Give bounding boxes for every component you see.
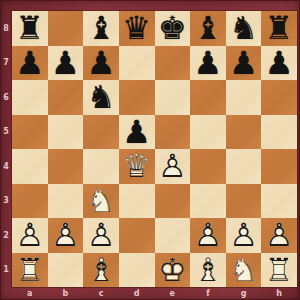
black-pawn-glyph: ♟ — [229, 47, 258, 79]
black-knight[interactable]: ♞ — [226, 11, 262, 46]
white-pawn[interactable]: ♟♙ — [226, 218, 262, 253]
white-pawn-outline: ♙ — [229, 219, 258, 251]
rank-label-3: 3 — [0, 184, 12, 219]
black-knight-glyph: ♞ — [87, 81, 116, 113]
black-rook-glyph: ♜ — [15, 12, 44, 44]
square-b2[interactable]: ♟♙ — [48, 218, 84, 253]
white-pawn-outline: ♙ — [194, 219, 223, 251]
square-h6[interactable] — [261, 80, 297, 115]
square-e5[interactable] — [155, 115, 191, 150]
rank-label-1: 1 — [0, 253, 12, 288]
white-bishop-outline: ♗ — [87, 254, 116, 286]
black-pawn[interactable]: ♟ — [226, 46, 262, 81]
square-d8[interactable]: ♛ — [119, 11, 155, 46]
white-knight-outline: ♘ — [87, 185, 116, 217]
black-king[interactable]: ♚ — [155, 11, 191, 46]
square-f6[interactable] — [190, 80, 226, 115]
square-e7[interactable] — [155, 46, 191, 81]
square-f3[interactable] — [190, 184, 226, 219]
square-b5[interactable] — [48, 115, 84, 150]
white-queen-outline: ♕ — [122, 150, 151, 182]
file-label-a: a — [12, 286, 48, 300]
square-d2[interactable] — [119, 218, 155, 253]
square-f1[interactable]: ♝♗ — [190, 253, 226, 288]
black-queen-glyph: ♛ — [122, 12, 151, 44]
square-e2[interactable] — [155, 218, 191, 253]
white-knight[interactable]: ♞♘ — [83, 184, 119, 219]
black-knight[interactable]: ♞ — [83, 80, 119, 115]
square-g8[interactable]: ♞ — [226, 11, 262, 46]
white-rook-outline: ♖ — [265, 254, 294, 286]
white-bishop-outline: ♗ — [194, 254, 223, 286]
square-b4[interactable] — [48, 149, 84, 184]
square-e6[interactable] — [155, 80, 191, 115]
white-rook[interactable]: ♜♖ — [12, 253, 48, 288]
white-pawn-outline: ♙ — [87, 219, 116, 251]
square-f7[interactable]: ♟ — [190, 46, 226, 81]
square-h8[interactable]: ♜ — [261, 11, 297, 46]
square-b3[interactable] — [48, 184, 84, 219]
black-pawn[interactable]: ♟ — [12, 46, 48, 81]
square-b8[interactable] — [48, 11, 84, 46]
white-pawn-outline: ♙ — [265, 219, 294, 251]
rank-label-8: 8 — [0, 11, 12, 46]
square-g7[interactable]: ♟ — [226, 46, 262, 81]
white-pawn[interactable]: ♟♙ — [261, 218, 297, 253]
black-pawn[interactable]: ♟ — [190, 46, 226, 81]
square-d4[interactable]: ♛♕ — [119, 149, 155, 184]
square-c4[interactable] — [83, 149, 119, 184]
square-d3[interactable] — [119, 184, 155, 219]
black-knight-glyph: ♞ — [229, 12, 258, 44]
square-c8[interactable]: ♝ — [83, 11, 119, 46]
white-queen[interactable]: ♛♕ — [119, 149, 155, 184]
black-bishop[interactable]: ♝ — [190, 11, 226, 46]
black-queen[interactable]: ♛ — [119, 11, 155, 46]
square-g6[interactable] — [226, 80, 262, 115]
square-a3[interactable] — [12, 184, 48, 219]
black-pawn-glyph: ♟ — [122, 116, 151, 148]
black-pawn-glyph: ♟ — [194, 47, 223, 79]
file-label-f: f — [190, 286, 226, 300]
square-a2[interactable]: ♟♙ — [12, 218, 48, 253]
square-a6[interactable] — [12, 80, 48, 115]
square-a8[interactable]: ♜ — [12, 11, 48, 46]
square-e8[interactable]: ♚ — [155, 11, 191, 46]
square-a5[interactable] — [12, 115, 48, 150]
white-pawn-outline: ♙ — [158, 150, 187, 182]
file-labels: abcdefgh — [12, 286, 297, 300]
square-h2[interactable]: ♟♙ — [261, 218, 297, 253]
square-c1[interactable]: ♝♗ — [83, 253, 119, 288]
white-pawn[interactable]: ♟♙ — [83, 218, 119, 253]
white-rook[interactable]: ♜♖ — [261, 253, 297, 288]
black-pawn-glyph: ♟ — [87, 47, 116, 79]
rank-label-4: 4 — [0, 149, 12, 184]
square-d7[interactable] — [119, 46, 155, 81]
rank-labels: 87654321 — [0, 11, 12, 287]
square-h5[interactable] — [261, 115, 297, 150]
square-g3[interactable] — [226, 184, 262, 219]
square-f5[interactable] — [190, 115, 226, 150]
white-pawn-outline: ♙ — [51, 219, 80, 251]
black-pawn[interactable]: ♟ — [261, 46, 297, 81]
square-b7[interactable]: ♟ — [48, 46, 84, 81]
square-e3[interactable] — [155, 184, 191, 219]
black-pawn-glyph: ♟ — [15, 47, 44, 79]
file-label-g: g — [226, 286, 262, 300]
black-king-glyph: ♚ — [158, 12, 187, 44]
square-h7[interactable]: ♟ — [261, 46, 297, 81]
black-bishop[interactable]: ♝ — [83, 11, 119, 46]
square-a4[interactable] — [12, 149, 48, 184]
square-e1[interactable]: ♚♔ — [155, 253, 191, 288]
square-a7[interactable]: ♟ — [12, 46, 48, 81]
file-label-c: c — [83, 286, 119, 300]
square-d1[interactable] — [119, 253, 155, 288]
black-pawn[interactable]: ♟ — [48, 46, 84, 81]
rank-label-2: 2 — [0, 218, 12, 253]
white-bishop[interactable]: ♝♗ — [190, 253, 226, 288]
file-label-h: h — [261, 286, 297, 300]
square-c6[interactable]: ♞ — [83, 80, 119, 115]
white-rook-outline: ♖ — [15, 254, 44, 286]
black-pawn-glyph: ♟ — [51, 47, 80, 79]
white-pawn[interactable]: ♟♙ — [12, 218, 48, 253]
white-pawn[interactable]: ♟♙ — [48, 218, 84, 253]
square-f2[interactable]: ♟♙ — [190, 218, 226, 253]
square-f4[interactable] — [190, 149, 226, 184]
rank-label-5: 5 — [0, 115, 12, 150]
chess-board-frame: 87654321 ♜♝♛♚♝♞♜♟♟♟♟♟♟♞♟♛♕♟♙♞♘♟♙♟♙♟♙♟♙♟♙… — [0, 0, 300, 300]
chess-board: ♜♝♛♚♝♞♜♟♟♟♟♟♟♞♟♛♕♟♙♞♘♟♙♟♙♟♙♟♙♟♙♟♙♜♖♝♗♚♔♝… — [12, 11, 297, 287]
file-label-e: e — [155, 286, 191, 300]
white-king[interactable]: ♚♔ — [155, 253, 191, 288]
square-h4[interactable] — [261, 149, 297, 184]
black-rook-glyph: ♜ — [265, 12, 294, 44]
black-bishop-glyph: ♝ — [194, 12, 223, 44]
square-c3[interactable]: ♞♘ — [83, 184, 119, 219]
white-bishop[interactable]: ♝♗ — [83, 253, 119, 288]
white-pawn-outline: ♙ — [15, 219, 44, 251]
square-g5[interactable] — [226, 115, 262, 150]
black-pawn-glyph: ♟ — [265, 47, 294, 79]
rank-label-6: 6 — [0, 80, 12, 115]
white-king-outline: ♔ — [158, 254, 187, 286]
square-d5[interactable]: ♟ — [119, 115, 155, 150]
square-c2[interactable]: ♟♙ — [83, 218, 119, 253]
square-b1[interactable] — [48, 253, 84, 288]
square-h1[interactable]: ♜♖ — [261, 253, 297, 288]
black-bishop-glyph: ♝ — [87, 12, 116, 44]
file-label-d: d — [119, 286, 155, 300]
rank-label-7: 7 — [0, 46, 12, 81]
square-f8[interactable]: ♝ — [190, 11, 226, 46]
white-pawn[interactable]: ♟♙ — [155, 149, 191, 184]
square-c7[interactable]: ♟ — [83, 46, 119, 81]
square-a1[interactable]: ♜♖ — [12, 253, 48, 288]
black-pawn[interactable]: ♟ — [83, 46, 119, 81]
black-rook[interactable]: ♜ — [261, 11, 297, 46]
square-g2[interactable]: ♟♙ — [226, 218, 262, 253]
square-b6[interactable] — [48, 80, 84, 115]
white-knight-outline: ♘ — [229, 254, 258, 286]
square-g4[interactable] — [226, 149, 262, 184]
square-d6[interactable] — [119, 80, 155, 115]
white-pawn[interactable]: ♟♙ — [190, 218, 226, 253]
black-pawn[interactable]: ♟ — [119, 115, 155, 150]
square-h3[interactable] — [261, 184, 297, 219]
square-e4[interactable]: ♟♙ — [155, 149, 191, 184]
square-g1[interactable]: ♞♘ — [226, 253, 262, 288]
black-rook[interactable]: ♜ — [12, 11, 48, 46]
square-c5[interactable] — [83, 115, 119, 150]
file-label-b: b — [48, 286, 84, 300]
white-knight[interactable]: ♞♘ — [226, 253, 262, 288]
